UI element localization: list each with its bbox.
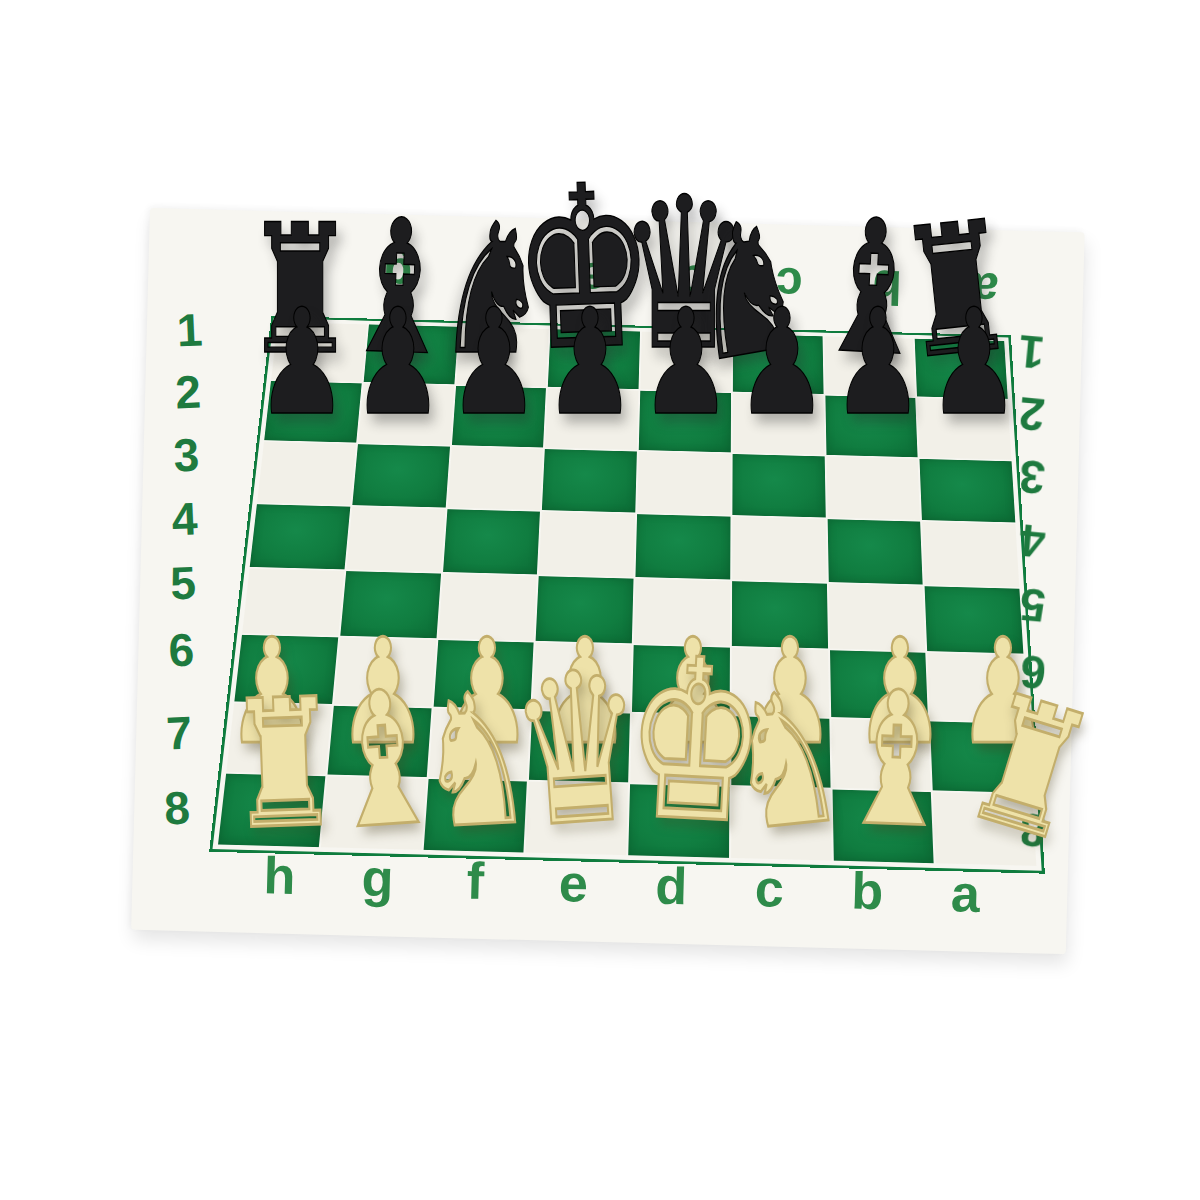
- piece-black-pawn-g2[interactable]: ♟: [352, 290, 444, 436]
- piece-black-pawn-e2[interactable]: ♟: [544, 290, 636, 436]
- piece-white-bishop-b8[interactable]: ♝: [835, 665, 958, 854]
- piece-black-pawn-h2[interactable]: ♟: [256, 290, 348, 436]
- piece-black-pawn-b2[interactable]: ♟: [832, 290, 924, 436]
- piece-white-knight-c8[interactable]: ♞: [719, 665, 852, 858]
- piece-black-pawn-f2[interactable]: ♟: [448, 290, 540, 436]
- piece-black-pawn-c2[interactable]: ♟: [736, 290, 828, 436]
- piece-black-pawn-a2[interactable]: ♟: [928, 290, 1020, 436]
- pieces-layer: ♜♝♞♚♛♞♝♜♟♟♟♟♟♟♟♟♟♟♟♟♟♟♟♟♜♝♞♛♚♞♝♜: [0, 0, 1200, 1200]
- photo-scene: 12345678 12345678 hgfedcba hgfedcba ♜♝♞♚…: [0, 0, 1200, 1200]
- piece-black-pawn-d2[interactable]: ♟: [640, 290, 732, 436]
